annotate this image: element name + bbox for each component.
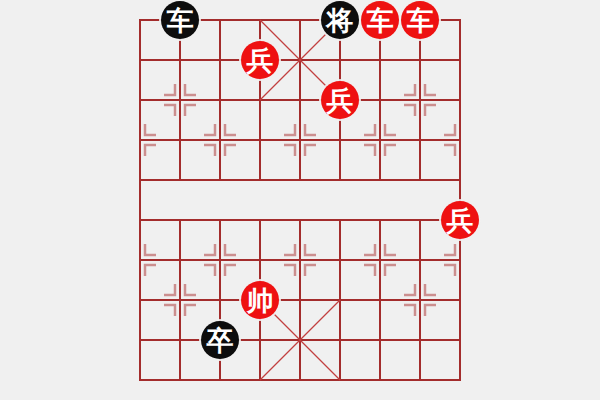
xiangqi-app: 车将车车兵兵兵帅卒 (0, 0, 600, 400)
red-soldier[interactable]: 兵 (321, 81, 359, 119)
red-general[interactable]: 帅 (241, 281, 279, 319)
black-chariot[interactable]: 车 (161, 1, 199, 39)
black-general[interactable]: 将 (321, 1, 359, 39)
red-soldier[interactable]: 兵 (241, 41, 279, 79)
piece-layer: 车将车车兵兵兵帅卒 (120, 0, 480, 400)
red-soldier[interactable]: 兵 (441, 201, 479, 239)
black-soldier[interactable]: 卒 (201, 321, 239, 359)
red-chariot[interactable]: 车 (401, 1, 439, 39)
red-chariot[interactable]: 车 (361, 1, 399, 39)
